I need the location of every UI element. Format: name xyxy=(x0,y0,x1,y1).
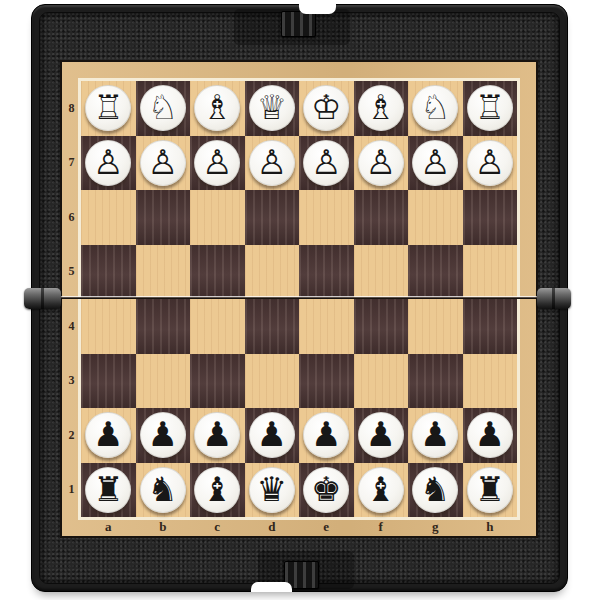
piece-black-pawn-h2[interactable]: ♟ xyxy=(467,412,513,458)
rank-labels: 87654321 xyxy=(62,81,81,517)
piece-black-pawn-a2[interactable]: ♟ xyxy=(85,412,131,458)
square-h4[interactable] xyxy=(463,299,518,354)
white-pawn-icon: ♙ xyxy=(148,145,178,179)
square-g8[interactable]: ♘ xyxy=(408,81,463,136)
square-b6[interactable] xyxy=(136,190,191,245)
square-f5[interactable] xyxy=(354,245,409,300)
square-b8[interactable]: ♘ xyxy=(136,81,191,136)
file-label-g: g xyxy=(408,517,463,536)
piece-white-pawn-e7[interactable]: ♙ xyxy=(303,140,349,186)
square-a2[interactable]: ♟ xyxy=(81,408,136,463)
square-a1[interactable]: ♜ xyxy=(81,463,136,518)
file-label-e: e xyxy=(299,517,354,536)
rank-label-4: 4 xyxy=(62,299,81,354)
square-b7[interactable]: ♙ xyxy=(136,136,191,191)
piece-white-bishop-f8[interactable]: ♗ xyxy=(358,85,404,131)
square-c7[interactable]: ♙ xyxy=(190,136,245,191)
piece-white-bishop-c8[interactable]: ♗ xyxy=(194,85,240,131)
white-knight-icon: ♘ xyxy=(148,90,178,124)
square-b4[interactable] xyxy=(136,299,191,354)
square-a6[interactable] xyxy=(81,190,136,245)
piece-black-pawn-f2[interactable]: ♟ xyxy=(358,412,404,458)
square-h8[interactable]: ♖ xyxy=(463,81,518,136)
black-king-icon: ♚ xyxy=(311,472,341,506)
file-label-f: f xyxy=(354,517,409,536)
black-pawn-icon: ♟ xyxy=(257,417,287,451)
black-pawn-icon: ♟ xyxy=(148,417,178,451)
white-king-icon: ♔ xyxy=(311,90,341,124)
square-c6[interactable] xyxy=(190,190,245,245)
white-bishop-icon: ♗ xyxy=(202,90,232,124)
white-queen-icon: ♕ xyxy=(257,90,287,124)
file-label-b: b xyxy=(136,517,191,536)
square-h6[interactable] xyxy=(463,190,518,245)
piece-white-knight-b8[interactable]: ♘ xyxy=(140,85,186,131)
square-g5[interactable] xyxy=(408,245,463,300)
square-e2[interactable]: ♟ xyxy=(299,408,354,463)
black-knight-icon: ♞ xyxy=(148,472,178,506)
square-h3[interactable] xyxy=(463,354,518,409)
square-h7[interactable]: ♙ xyxy=(463,136,518,191)
black-pawn-icon: ♟ xyxy=(420,417,450,451)
square-d5[interactable] xyxy=(245,245,300,300)
piece-white-pawn-f7[interactable]: ♙ xyxy=(358,140,404,186)
square-g7[interactable]: ♙ xyxy=(408,136,463,191)
piece-white-rook-a8[interactable]: ♖ xyxy=(85,85,131,131)
square-a7[interactable]: ♙ xyxy=(81,136,136,191)
white-rook-icon: ♖ xyxy=(93,90,123,124)
black-rook-icon: ♜ xyxy=(475,472,505,506)
white-bishop-icon: ♗ xyxy=(366,90,396,124)
square-g1[interactable]: ♞ xyxy=(408,463,463,518)
piece-black-queen-d1[interactable]: ♛ xyxy=(249,467,295,513)
square-e1[interactable]: ♚ xyxy=(299,463,354,518)
file-label-a: a xyxy=(81,517,136,536)
square-d8[interactable]: ♕ xyxy=(245,81,300,136)
piece-black-rook-a1[interactable]: ♜ xyxy=(85,467,131,513)
piece-black-pawn-g2[interactable]: ♟ xyxy=(412,412,458,458)
square-g2[interactable]: ♟ xyxy=(408,408,463,463)
piece-black-king-e1[interactable]: ♚ xyxy=(303,467,349,513)
square-d3[interactable] xyxy=(245,354,300,409)
piece-white-pawn-c7[interactable]: ♙ xyxy=(194,140,240,186)
white-rook-icon: ♖ xyxy=(475,90,505,124)
piece-white-king-e8[interactable]: ♔ xyxy=(303,85,349,131)
white-pawn-icon: ♙ xyxy=(475,145,505,179)
square-g6[interactable] xyxy=(408,190,463,245)
square-f8[interactable]: ♗ xyxy=(354,81,409,136)
file-label-h: h xyxy=(463,517,518,536)
square-b2[interactable]: ♟ xyxy=(136,408,191,463)
square-e5[interactable] xyxy=(299,245,354,300)
piece-white-queen-d8[interactable]: ♕ xyxy=(249,85,295,131)
white-pawn-icon: ♙ xyxy=(311,145,341,179)
square-f3[interactable] xyxy=(354,354,409,409)
square-b1[interactable]: ♞ xyxy=(136,463,191,518)
left-hinge-barrel xyxy=(24,288,61,309)
square-e3[interactable] xyxy=(299,354,354,409)
rank-label-2: 2 xyxy=(62,408,81,463)
black-pawn-icon: ♟ xyxy=(475,417,505,451)
square-f1[interactable]: ♝ xyxy=(354,463,409,518)
rank-label-6: 6 xyxy=(62,190,81,245)
black-bishop-icon: ♝ xyxy=(202,472,232,506)
black-queen-icon: ♛ xyxy=(257,472,287,506)
black-knight-icon: ♞ xyxy=(420,472,450,506)
square-c2[interactable]: ♟ xyxy=(190,408,245,463)
black-rook-icon: ♜ xyxy=(93,472,123,506)
file-label-d: d xyxy=(245,517,300,536)
fold-seam xyxy=(31,296,568,299)
square-a8[interactable]: ♖ xyxy=(81,81,136,136)
rank-label-3: 3 xyxy=(62,354,81,409)
piece-black-pawn-c2[interactable]: ♟ xyxy=(194,412,240,458)
square-c1[interactable]: ♝ xyxy=(190,463,245,518)
piece-black-pawn-e2[interactable]: ♟ xyxy=(303,412,349,458)
black-pawn-icon: ♟ xyxy=(93,417,123,451)
square-f7[interactable]: ♙ xyxy=(354,136,409,191)
square-g4[interactable] xyxy=(408,299,463,354)
rank-label-1: 1 xyxy=(62,463,81,518)
square-a4[interactable] xyxy=(81,299,136,354)
piece-black-knight-g1[interactable]: ♞ xyxy=(412,467,458,513)
square-h2[interactable]: ♟ xyxy=(463,408,518,463)
piece-black-bishop-f1[interactable]: ♝ xyxy=(358,467,404,513)
piece-black-pawn-d2[interactable]: ♟ xyxy=(249,412,295,458)
square-e4[interactable] xyxy=(299,299,354,354)
square-b3[interactable] xyxy=(136,354,191,409)
piece-white-pawn-h7[interactable]: ♙ xyxy=(467,140,513,186)
square-c3[interactable] xyxy=(190,354,245,409)
rank-label-7: 7 xyxy=(62,136,81,191)
square-c5[interactable] xyxy=(190,245,245,300)
piece-black-rook-h1[interactable]: ♜ xyxy=(467,467,513,513)
square-b5[interactable] xyxy=(136,245,191,300)
piece-white-rook-h8[interactable]: ♖ xyxy=(467,85,513,131)
black-pawn-icon: ♟ xyxy=(366,417,396,451)
square-d4[interactable] xyxy=(245,299,300,354)
piece-white-pawn-g7[interactable]: ♙ xyxy=(412,140,458,186)
black-bishop-icon: ♝ xyxy=(366,472,396,506)
square-e7[interactable]: ♙ xyxy=(299,136,354,191)
white-knight-icon: ♘ xyxy=(420,90,450,124)
rank-label-5: 5 xyxy=(62,245,81,300)
square-f2[interactable]: ♟ xyxy=(354,408,409,463)
square-d1[interactable]: ♛ xyxy=(245,463,300,518)
square-f6[interactable] xyxy=(354,190,409,245)
square-a3[interactable] xyxy=(81,354,136,409)
piece-black-pawn-b2[interactable]: ♟ xyxy=(140,412,186,458)
white-pawn-icon: ♙ xyxy=(366,145,396,179)
piece-white-pawn-b7[interactable]: ♙ xyxy=(140,140,186,186)
square-c4[interactable] xyxy=(190,299,245,354)
square-d6[interactable] xyxy=(245,190,300,245)
piece-white-pawn-a7[interactable]: ♙ xyxy=(85,140,131,186)
black-pawn-icon: ♟ xyxy=(202,417,232,451)
board-grid: ♖♘♗♕♔♗♘♖♙♙♙♙♙♙♙♙♟♟♟♟♟♟♟♟♜♞♝♛♚♝♞♜ xyxy=(81,81,517,517)
file-label-c: c xyxy=(190,517,245,536)
square-e6[interactable] xyxy=(299,190,354,245)
square-a5[interactable] xyxy=(81,245,136,300)
file-labels: abcdefgh xyxy=(81,517,517,536)
white-pawn-icon: ♙ xyxy=(93,145,123,179)
white-pawn-icon: ♙ xyxy=(420,145,450,179)
square-g3[interactable] xyxy=(408,354,463,409)
piece-black-knight-b1[interactable]: ♞ xyxy=(140,467,186,513)
right-hinge-barrel xyxy=(537,288,571,309)
black-pawn-icon: ♟ xyxy=(311,417,341,451)
piece-white-knight-g8[interactable]: ♘ xyxy=(412,85,458,131)
product-photo-scene: 87654321 ♖♘♗♕♔♗♘♖♙♙♙♙♙♙♙♙♟♟♟♟♟♟♟♟♜♞♝♛♚♝♞… xyxy=(0,0,600,600)
square-f4[interactable] xyxy=(354,299,409,354)
piece-white-pawn-d7[interactable]: ♙ xyxy=(249,140,295,186)
square-e8[interactable]: ♔ xyxy=(299,81,354,136)
top-thumb-notch xyxy=(299,4,336,14)
square-h5[interactable] xyxy=(463,245,518,300)
bottom-thumb-notch xyxy=(251,582,292,592)
white-pawn-icon: ♙ xyxy=(257,145,287,179)
piece-black-bishop-c1[interactable]: ♝ xyxy=(194,467,240,513)
square-h1[interactable]: ♜ xyxy=(463,463,518,518)
square-d7[interactable]: ♙ xyxy=(245,136,300,191)
top-clasp[interactable] xyxy=(281,11,316,37)
white-pawn-icon: ♙ xyxy=(202,145,232,179)
rank-label-8: 8 xyxy=(62,81,81,136)
square-d2[interactable]: ♟ xyxy=(245,408,300,463)
square-c8[interactable]: ♗ xyxy=(190,81,245,136)
